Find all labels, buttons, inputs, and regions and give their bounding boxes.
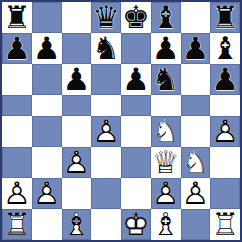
white-knight-f4: ♞♘ [152,116,180,147]
square-h6[interactable]: ♟ [210,64,240,95]
white-pawn-d4-outline: ♙ [92,116,120,147]
white-pawn-f2: ♟♙ [152,178,180,209]
square-c3[interactable]: ♟♙ [62,147,92,178]
white-knight-g3: ♞♘ [181,147,209,178]
white-rook-a1-outline: ♖ [3,209,31,240]
square-h8[interactable]: ♜ [210,2,240,33]
square-d3[interactable] [91,147,121,178]
black-bishop-f8: ♝ [152,2,180,33]
square-b2[interactable]: ♟♙ [32,178,62,209]
square-e2[interactable] [121,178,151,209]
black-pawn-h6: ♟ [211,64,239,95]
white-bishop-f1-fill: ♝ [152,209,180,240]
square-h7[interactable]: ♝ [210,33,240,64]
white-bishop-c1-fill: ♝ [62,209,90,240]
square-d6[interactable] [91,64,121,95]
square-g6[interactable] [181,64,211,95]
square-d2[interactable] [91,178,121,209]
black-knight-f6: ♞ [152,64,180,95]
square-c5[interactable] [62,95,92,116]
black-pawn-a7: ♟ [3,33,31,64]
square-c2[interactable] [62,178,92,209]
white-pawn-g2: ♟♙ [181,178,209,209]
white-pawn-a2-fill: ♟ [3,178,31,209]
square-g8[interactable] [181,2,211,33]
white-pawn-f2-outline: ♙ [152,178,180,209]
square-a4[interactable] [2,116,32,147]
square-g5[interactable] [181,95,211,116]
square-b1[interactable] [32,209,62,240]
square-f1[interactable]: ♝♗ [151,209,181,240]
black-rook-a8: ♜ [3,2,31,33]
black-queen-d8: ♛ [92,2,120,33]
square-h1[interactable]: ♜♖ [210,209,240,240]
square-e6[interactable]: ♟ [121,64,151,95]
white-bishop-f1: ♝♗ [152,209,180,240]
square-d7[interactable]: ♞ [91,33,121,64]
square-h5[interactable] [210,95,240,116]
square-d8[interactable]: ♛ [91,2,121,33]
square-a8[interactable]: ♜ [2,2,32,33]
square-d1[interactable] [91,209,121,240]
square-g2[interactable]: ♟♙ [181,178,211,209]
square-a5[interactable] [2,95,32,116]
square-f6[interactable]: ♞ [151,64,181,95]
white-knight-g3-fill: ♞ [181,147,209,178]
square-e8[interactable]: ♚ [121,2,151,33]
square-h2[interactable] [210,178,240,209]
white-pawn-f2-fill: ♟ [152,178,180,209]
square-c1[interactable]: ♝♗ [62,209,92,240]
white-rook-h1-outline: ♖ [211,209,239,240]
square-b6[interactable] [32,64,62,95]
white-pawn-h4: ♟♙ [211,116,239,147]
white-bishop-c1: ♝♗ [62,209,90,240]
white-rook-a1: ♜♖ [3,209,31,240]
square-a1[interactable]: ♜♖ [2,209,32,240]
chess-board: ♜♛♚♝♜♟♟♞♟♟♝♟♟♞♟♟♙♞♘♟♙♟♙♛♕♞♘♟♙♟♙♟♙♟♙♜♖♝♗♚… [0,0,242,242]
white-pawn-c3: ♟♙ [62,147,90,178]
white-king-e1-outline: ♔ [122,209,150,240]
square-a6[interactable] [2,64,32,95]
white-pawn-c3-fill: ♟ [62,147,90,178]
black-pawn-e6: ♟ [122,64,150,95]
square-a3[interactable] [2,147,32,178]
square-b7[interactable]: ♟ [32,33,62,64]
black-knight-d7: ♞ [92,33,120,64]
white-rook-h1: ♜♖ [211,209,239,240]
square-e5[interactable] [121,95,151,116]
white-queen-f3-fill: ♛ [152,147,180,178]
square-c4[interactable] [62,116,92,147]
square-g3[interactable]: ♞♘ [181,147,211,178]
square-a2[interactable]: ♟♙ [2,178,32,209]
square-h3[interactable] [210,147,240,178]
white-queen-f3: ♛♕ [152,147,180,178]
square-h4[interactable]: ♟♙ [210,116,240,147]
square-f8[interactable]: ♝ [151,2,181,33]
square-f7[interactable]: ♟ [151,33,181,64]
square-c7[interactable] [62,33,92,64]
white-pawn-c3-outline: ♙ [62,147,90,178]
square-g4[interactable] [181,116,211,147]
square-e3[interactable] [121,147,151,178]
white-king-e1-fill: ♚ [122,209,150,240]
white-pawn-g2-fill: ♟ [181,178,209,209]
black-bishop-h7: ♝ [211,33,239,64]
square-d4[interactable]: ♟♙ [91,116,121,147]
square-d5[interactable] [91,95,121,116]
white-pawn-a2: ♟♙ [3,178,31,209]
square-a7[interactable]: ♟ [2,33,32,64]
square-e7[interactable] [121,33,151,64]
square-c8[interactable] [62,2,92,33]
white-pawn-g2-outline: ♙ [181,178,209,209]
square-f4[interactable]: ♞♘ [151,116,181,147]
square-e1[interactable]: ♚♔ [121,209,151,240]
white-rook-a1-fill: ♜ [3,209,31,240]
white-bishop-c1-outline: ♗ [62,209,90,240]
white-pawn-a2-outline: ♙ [3,178,31,209]
black-king-e8: ♚ [122,2,150,33]
white-knight-f4-fill: ♞ [152,116,180,147]
white-knight-g3-outline: ♘ [181,147,209,178]
square-f5[interactable] [151,95,181,116]
white-knight-f4-outline: ♘ [152,116,180,147]
black-pawn-b7: ♟ [33,33,61,64]
white-pawn-d4-fill: ♟ [92,116,120,147]
white-rook-h1-fill: ♜ [211,209,239,240]
white-pawn-d4: ♟♙ [92,116,120,147]
black-pawn-c6: ♟ [62,64,90,95]
square-f3[interactable]: ♛♕ [151,147,181,178]
black-pawn-f7: ♟ [152,33,180,64]
white-pawn-h4-outline: ♙ [211,116,239,147]
black-rook-h8: ♜ [211,2,239,33]
white-queen-f3-outline: ♕ [152,147,180,178]
white-king-e1: ♚♔ [122,209,150,240]
square-b3[interactable] [32,147,62,178]
white-pawn-h4-fill: ♟ [211,116,239,147]
square-g1[interactable] [181,209,211,240]
square-f2[interactable]: ♟♙ [151,178,181,209]
black-pawn-g7: ♟ [181,33,209,64]
square-g7[interactable]: ♟ [181,33,211,64]
white-pawn-b2-fill: ♟ [33,178,61,209]
square-c6[interactable]: ♟ [62,64,92,95]
white-bishop-f1-outline: ♗ [152,209,180,240]
square-b8[interactable] [32,2,62,33]
square-b4[interactable] [32,116,62,147]
square-e4[interactable] [121,116,151,147]
white-pawn-b2: ♟♙ [33,178,61,209]
white-pawn-b2-outline: ♙ [33,178,61,209]
square-b5[interactable] [32,95,62,116]
